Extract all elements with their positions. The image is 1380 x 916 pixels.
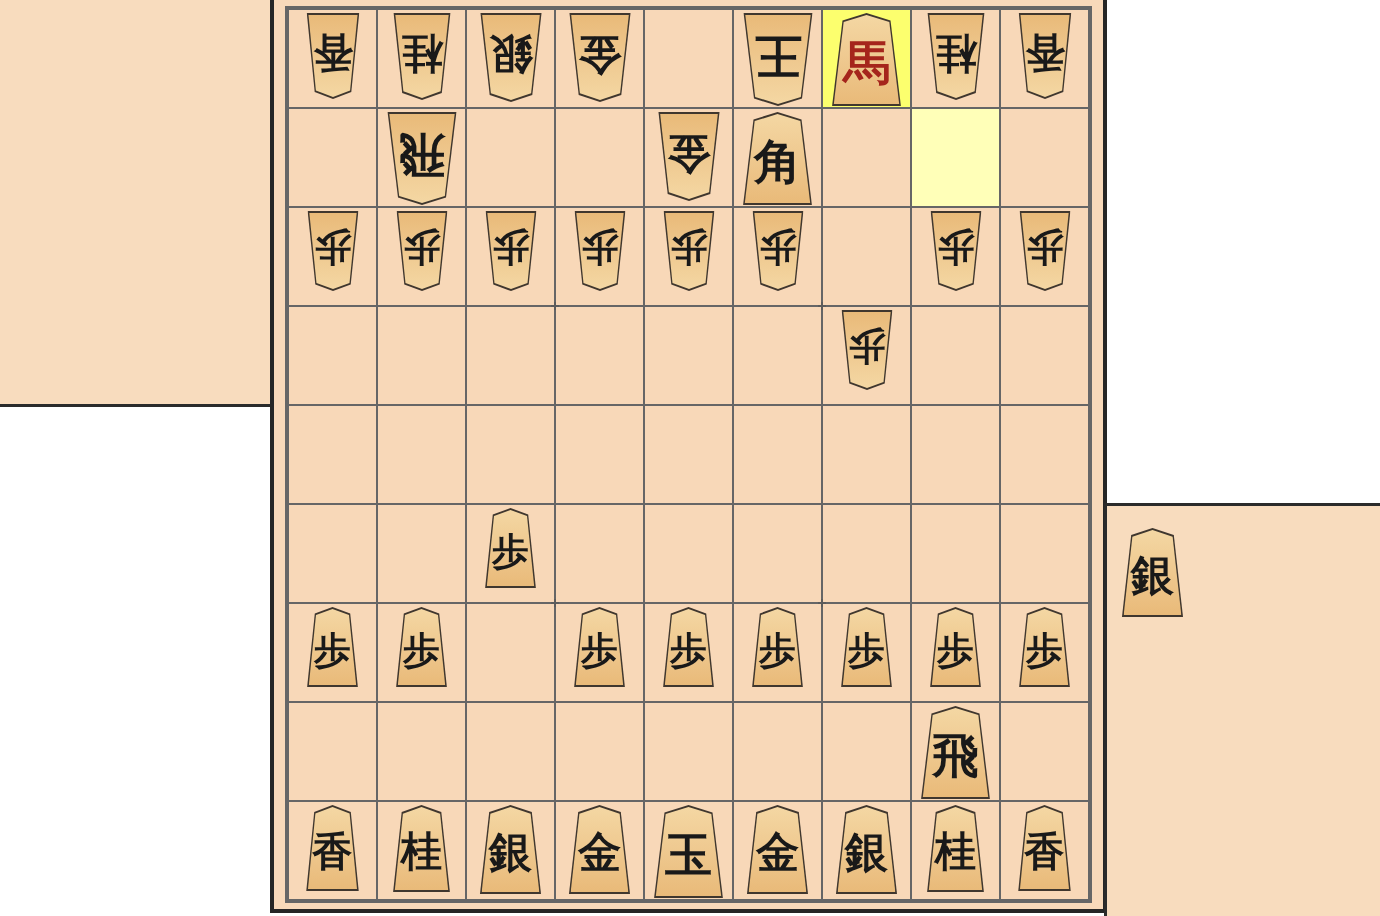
square-6c[interactable]: 歩 [556,208,643,305]
piece-kanji: 歩 [937,626,974,669]
square-1b[interactable] [1001,109,1088,206]
piece-sente-king[interactable]: 玉 [649,805,729,898]
piece-sente-bishop[interactable]: 角 [738,112,818,205]
piece-face: 飛 [918,708,994,797]
piece-face: 金 [655,114,722,199]
piece-kanji: 銀 [1131,548,1174,597]
square-7c[interactable]: 歩 [467,208,554,305]
piece-kanji: 歩 [848,626,885,669]
piece-kanji: 歩 [314,626,351,669]
square-4a[interactable]: 王 [734,10,821,107]
piece-gote-pawn[interactable]: 歩 [392,211,451,291]
piece-kanji: 桂 [401,825,442,872]
piece-sente-knight[interactable]: 桂 [389,805,455,892]
piece-kanji: 歩 [314,230,351,273]
piece-kanji: 歩 [759,626,796,669]
piece-kanji: 玉 [665,825,712,878]
square-5g[interactable]: 歩 [645,604,732,701]
square-5b[interactable]: 金 [645,109,732,206]
square-5c[interactable]: 歩 [645,208,732,305]
square-6f[interactable] [556,505,643,602]
piece-face: 桂 [925,807,987,890]
square-4g[interactable]: 歩 [734,604,821,701]
piece-kanji: 香 [1025,825,1065,871]
square-6h[interactable] [556,703,643,800]
square-4b[interactable]: 角 [734,109,821,206]
piece-kanji: 歩 [759,230,796,273]
piece-gote-gold[interactable]: 金 [653,112,724,201]
piece-sente-pawn[interactable]: 歩 [837,607,896,687]
piece-kanji: 香 [313,33,353,79]
piece-kanji: 飛 [932,726,979,779]
piece-gote-pawn[interactable]: 歩 [748,211,807,291]
square-3f[interactable] [823,505,910,602]
piece-face: 歩 [750,213,805,289]
piece-face: 金 [566,15,633,100]
square-8d[interactable] [378,307,465,404]
square-1d[interactable] [1001,307,1088,404]
piece-gote-pawn[interactable]: 歩 [659,211,718,291]
piece-sente-pawn[interactable]: 歩 [659,607,718,687]
piece-kanji: 歩 [1026,230,1063,273]
piece-face: 銀 [833,807,900,892]
piece-sente-pawn[interactable]: 歩 [570,607,629,687]
square-8e[interactable] [378,406,465,503]
square-9a[interactable]: 香 [289,10,376,107]
piece-face: 香 [1016,15,1073,97]
piece-kanji: 歩 [403,626,440,669]
piece-gote-pawn[interactable]: 歩 [1015,211,1074,291]
square-7f[interactable]: 歩 [467,505,554,602]
square-1g[interactable]: 歩 [1001,604,1088,701]
square-2d[interactable] [912,307,999,404]
piece-kanji: 歩 [1026,626,1063,669]
piece-face: 歩 [661,213,716,289]
square-2g[interactable]: 歩 [912,604,999,701]
square-4i[interactable]: 金 [734,802,821,899]
piece-gote-pawn[interactable]: 歩 [303,211,362,291]
piece-face: 馬 [829,15,905,104]
piece-face: 歩 [572,609,627,685]
piece-face: 歩 [750,609,805,685]
piece-face: 桂 [391,807,453,890]
piece-sente-rook[interactable]: 飛 [916,706,996,799]
square-5d[interactable] [645,307,732,404]
piece-sente-pawn[interactable]: 歩 [481,508,540,588]
piece-kanji: 銀 [845,825,888,874]
square-5f[interactable] [645,505,732,602]
square-3d[interactable]: 歩 [823,307,910,404]
square-5h[interactable] [645,703,732,800]
piece-gote-knight[interactable]: 桂 [923,13,989,100]
piece-kanji: 銀 [489,33,532,82]
square-9i[interactable]: 香 [289,802,376,899]
piece-face: 玉 [651,807,727,896]
piece-face: 銀 [477,15,544,100]
square-6g[interactable]: 歩 [556,604,643,701]
shogi-board: 香桂銀金王馬桂香飛金角歩歩歩歩歩歩歩歩歩歩歩歩歩歩歩歩歩歩飛香桂銀金玉金銀桂香 [270,0,1107,913]
piece-kanji: 香 [313,825,353,871]
piece-kanji: 歩 [492,527,529,570]
square-9g[interactable]: 歩 [289,604,376,701]
square-3e[interactable] [823,406,910,503]
piece-sente-promoted-bishop[interactable]: 馬 [827,13,907,106]
square-6d[interactable] [556,307,643,404]
square-7d[interactable] [467,307,554,404]
piece-gote-pawn[interactable]: 歩 [481,211,540,291]
piece-gote-pawn[interactable]: 歩 [837,310,896,390]
piece-face: 香 [304,807,361,889]
piece-face: 歩 [394,213,449,289]
piece-face: 桂 [925,15,987,98]
piece-gote-gold[interactable]: 金 [564,13,635,102]
square-7e[interactable] [467,406,554,503]
piece-face: 歩 [572,213,627,289]
square-1h[interactable] [1001,703,1088,800]
square-6b[interactable] [556,109,643,206]
square-3a[interactable]: 馬 [823,10,910,107]
piece-face: 歩 [305,213,360,289]
square-1a[interactable]: 香 [1001,10,1088,107]
square-3i[interactable]: 銀 [823,802,910,899]
piece-kanji: 歩 [403,230,440,273]
square-7i[interactable]: 銀 [467,802,554,899]
piece-sente-pawn[interactable]: 歩 [1015,607,1074,687]
piece-kanji: 金 [578,33,621,82]
piece-kanji: 王 [754,33,801,86]
square-7a[interactable]: 銀 [467,10,554,107]
piece-kanji: 歩 [670,626,707,669]
piece-kanji: 角 [754,132,801,185]
piece-face: 飛 [384,114,460,203]
piece-kanji: 金 [756,825,799,874]
piece-gote-lance[interactable]: 香 [1014,13,1075,99]
piece-kanji: 馬 [843,33,890,86]
board-grid: 香桂銀金王馬桂香飛金角歩歩歩歩歩歩歩歩歩歩歩歩歩歩歩歩歩歩飛香桂銀金玉金銀桂香 [285,6,1092,903]
square-1i[interactable]: 香 [1001,802,1088,899]
piece-face: 歩 [1017,213,1072,289]
square-6a[interactable]: 金 [556,10,643,107]
square-8c[interactable]: 歩 [378,208,465,305]
piece-gote-knight[interactable]: 桂 [389,13,455,100]
piece-kanji: 歩 [848,329,885,372]
piece-kanji: 飛 [398,132,445,185]
square-9c[interactable]: 歩 [289,208,376,305]
piece-face: 桂 [391,15,453,98]
square-3g[interactable]: 歩 [823,604,910,701]
piece-kanji: 桂 [935,825,976,872]
piece-face: 銀 [1119,530,1186,615]
sente-hand-tray: 銀 [1104,503,1380,916]
piece-sente-lance[interactable]: 香 [302,805,363,891]
square-7b[interactable] [467,109,554,206]
piece-sente-knight[interactable]: 桂 [923,805,989,892]
square-9d[interactable] [289,307,376,404]
square-6i[interactable]: 金 [556,802,643,899]
piece-kanji: 歩 [937,230,974,273]
piece-face: 歩 [1017,609,1072,685]
piece-face: 歩 [483,510,538,586]
piece-gote-pawn[interactable]: 歩 [926,211,985,291]
piece-sente-pawn[interactable]: 歩 [303,607,362,687]
piece-face: 歩 [928,213,983,289]
square-2f[interactable] [912,505,999,602]
square-7h[interactable] [467,703,554,800]
piece-face: 歩 [394,609,449,685]
square-8f[interactable] [378,505,465,602]
piece-gote-pawn[interactable]: 歩 [570,211,629,291]
piece-face: 香 [1016,807,1073,889]
piece-face: 歩 [483,213,538,289]
piece-gote-king[interactable]: 王 [738,13,818,106]
square-2e[interactable] [912,406,999,503]
square-9f[interactable] [289,505,376,602]
square-8b[interactable]: 飛 [378,109,465,206]
piece-kanji: 金 [578,825,621,874]
square-8h[interactable] [378,703,465,800]
piece-sente-pawn[interactable]: 歩 [392,607,451,687]
piece-kanji: 歩 [581,230,618,273]
square-6e[interactable] [556,406,643,503]
piece-sente-lance[interactable]: 香 [1014,805,1075,891]
piece-sente-pawn[interactable]: 歩 [748,607,807,687]
square-1c[interactable]: 歩 [1001,208,1088,305]
piece-kanji: 歩 [492,230,529,273]
piece-sente-silver[interactable]: 銀 [1117,528,1188,617]
piece-kanji: 歩 [670,230,707,273]
square-8a[interactable]: 桂 [378,10,465,107]
piece-face: 角 [740,114,816,203]
square-8g[interactable]: 歩 [378,604,465,701]
piece-gote-silver[interactable]: 銀 [475,13,546,102]
piece-sente-gold[interactable]: 金 [742,805,813,894]
square-9e[interactable] [289,406,376,503]
piece-face: 歩 [839,609,894,685]
square-4d[interactable] [734,307,821,404]
piece-kanji: 香 [1025,33,1065,79]
piece-sente-gold[interactable]: 金 [564,805,635,894]
square-3c[interactable] [823,208,910,305]
square-9b[interactable] [289,109,376,206]
gote-hand-tray [0,0,273,407]
square-5a[interactable] [645,10,732,107]
square-8i[interactable]: 桂 [378,802,465,899]
piece-sente-silver[interactable]: 銀 [475,805,546,894]
square-7g[interactable] [467,604,554,701]
piece-face: 香 [304,15,361,97]
square-1e[interactable] [1001,406,1088,503]
piece-face: 歩 [305,609,360,685]
square-1f[interactable] [1001,505,1088,602]
hand-piece-slot: 銀 [1117,528,1188,617]
square-2h[interactable]: 飛 [912,703,999,800]
piece-kanji: 桂 [401,33,442,80]
square-2c[interactable]: 歩 [912,208,999,305]
square-4e[interactable] [734,406,821,503]
square-4c[interactable]: 歩 [734,208,821,305]
piece-face: 金 [744,807,811,892]
piece-face: 歩 [661,609,716,685]
piece-kanji: 歩 [581,626,618,669]
piece-sente-silver[interactable]: 銀 [831,805,902,894]
piece-face: 銀 [477,807,544,892]
square-4h[interactable] [734,703,821,800]
square-4f[interactable] [734,505,821,602]
square-2a[interactable]: 桂 [912,10,999,107]
piece-gote-rook[interactable]: 飛 [382,112,462,205]
piece-face: 金 [566,807,633,892]
piece-face: 王 [740,15,816,104]
piece-kanji: 金 [667,132,710,181]
piece-sente-pawn[interactable]: 歩 [926,607,985,687]
square-5i[interactable]: 玉 [645,802,732,899]
piece-face: 歩 [839,312,894,388]
square-5e[interactable] [645,406,732,503]
square-2b[interactable] [912,109,999,206]
piece-gote-lance[interactable]: 香 [302,13,363,99]
piece-kanji: 銀 [489,825,532,874]
square-3h[interactable] [823,703,910,800]
square-3b[interactable] [823,109,910,206]
square-2i[interactable]: 桂 [912,802,999,899]
piece-kanji: 桂 [935,33,976,80]
piece-face: 歩 [928,609,983,685]
square-9h[interactable] [289,703,376,800]
